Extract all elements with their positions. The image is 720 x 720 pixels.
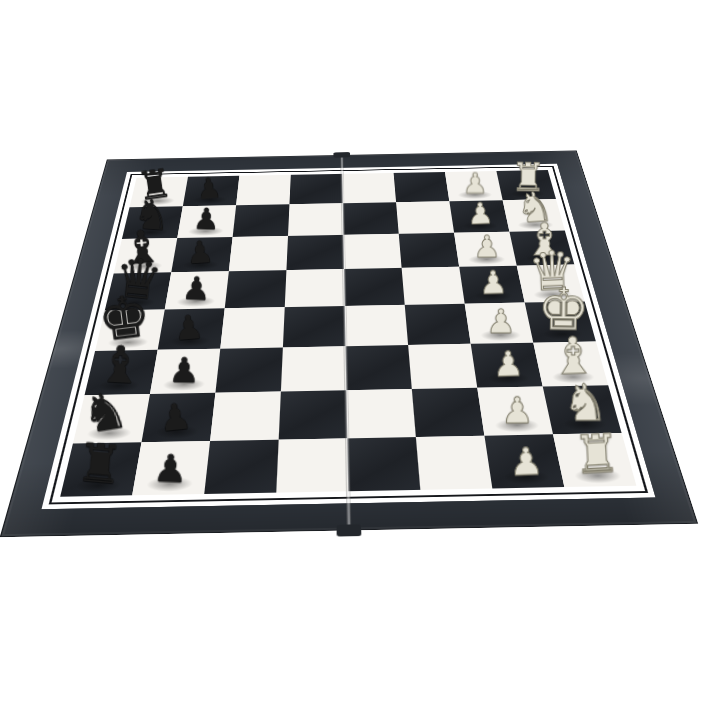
square-h5[interactable] — [276, 438, 348, 492]
white-pawn[interactable]: ♟ — [490, 444, 563, 481]
board-scene: ♜♟♟♜♞♟♟♞♝♟♟♝♛♟♟♛♚♟♟♚♝♟♟♝♞♟♟♞♜♟♟♜ — [0, 0, 720, 720]
black-rook[interactable]: ♜ — [62, 438, 137, 491]
black-pawn[interactable]: ♟ — [140, 398, 211, 438]
black-pawn[interactable]: ♟ — [171, 237, 230, 268]
square-g2[interactable]: ♟ — [477, 386, 553, 435]
square-d7[interactable]: ♟ — [165, 271, 229, 309]
square-h1[interactable]: ♜ — [553, 433, 636, 487]
white-pawn[interactable]: ♟ — [483, 395, 551, 428]
square-f7[interactable]: ♟ — [150, 349, 220, 394]
square-g5[interactable] — [279, 390, 348, 439]
square-e4[interactable] — [345, 305, 408, 346]
square-e6[interactable] — [220, 307, 284, 348]
black-pawn[interactable]: ♟ — [181, 173, 236, 203]
square-d5[interactable] — [285, 269, 345, 307]
square-c5[interactable] — [286, 235, 344, 270]
photo-background: ♜♟♟♜♞♟♟♞♝♟♟♝♛♟♟♛♚♟♟♚♝♟♟♝♞♟♟♞♜♟♟♜ — [0, 0, 720, 720]
square-f4[interactable] — [346, 345, 412, 390]
square-a5[interactable] — [289, 174, 342, 204]
black-pawn[interactable]: ♟ — [134, 451, 207, 488]
square-c3[interactable] — [399, 233, 459, 268]
white-rook[interactable]: ♜ — [560, 429, 634, 480]
white-knight[interactable]: ♞ — [551, 380, 619, 426]
square-c2[interactable]: ♟ — [454, 232, 517, 267]
white-pawn[interactable]: ♟ — [458, 233, 515, 261]
chess-board: ♜♟♟♜♞♟♟♞♝♟♟♝♛♟♟♛♚♟♟♚♝♟♟♝♞♟♟♞♜♟♟♜ — [1, 151, 697, 536]
square-c7[interactable]: ♟ — [171, 237, 232, 272]
white-pawn[interactable]: ♟ — [470, 307, 532, 337]
square-h3[interactable] — [416, 436, 492, 490]
square-g7[interactable]: ♟ — [142, 393, 216, 443]
square-g4[interactable] — [346, 389, 416, 438]
square-c6[interactable] — [229, 236, 288, 271]
square-c4[interactable] — [343, 234, 401, 269]
white-pawn[interactable]: ♟ — [463, 268, 523, 298]
square-a6[interactable] — [236, 175, 291, 205]
square-h8[interactable]: ♜ — [60, 442, 141, 497]
square-g3[interactable] — [412, 388, 485, 437]
white-pawn[interactable]: ♟ — [475, 348, 541, 381]
square-e7[interactable]: ♟ — [158, 308, 225, 350]
square-g6[interactable] — [210, 391, 281, 440]
square-f2[interactable]: ♟ — [471, 343, 543, 388]
square-h6[interactable] — [204, 440, 278, 494]
square-h2[interactable]: ♟ — [484, 434, 564, 488]
white-pawn[interactable]: ♟ — [452, 200, 508, 229]
black-pawn[interactable]: ♟ — [166, 273, 227, 305]
square-f3[interactable] — [408, 344, 477, 389]
square-f5[interactable] — [281, 346, 346, 391]
black-pawn[interactable]: ♟ — [156, 311, 220, 346]
black-pawn[interactable]: ♟ — [178, 205, 234, 233]
square-h4[interactable] — [347, 437, 420, 491]
square-h7[interactable]: ♟ — [132, 441, 210, 495]
scene-tilt: ♜♟♟♜♞♟♟♞♝♟♟♝♛♟♟♛♚♟♟♚♝♟♟♝♞♟♟♞♜♟♟♜ — [0, 0, 720, 720]
white-pawn[interactable]: ♟ — [449, 171, 502, 197]
square-b5[interactable] — [288, 203, 343, 236]
board-grid: ♜♟♟♜♞♟♟♞♝♟♟♝♛♟♟♛♚♟♟♚♝♟♟♝♞♟♟♞♜♟♟♜ — [60, 170, 636, 497]
square-a4[interactable] — [342, 173, 396, 203]
hinge-nub-far — [333, 152, 350, 158]
square-e2[interactable]: ♟ — [465, 303, 534, 344]
square-f6[interactable] — [215, 347, 282, 392]
black-pawn[interactable]: ♟ — [151, 354, 217, 387]
